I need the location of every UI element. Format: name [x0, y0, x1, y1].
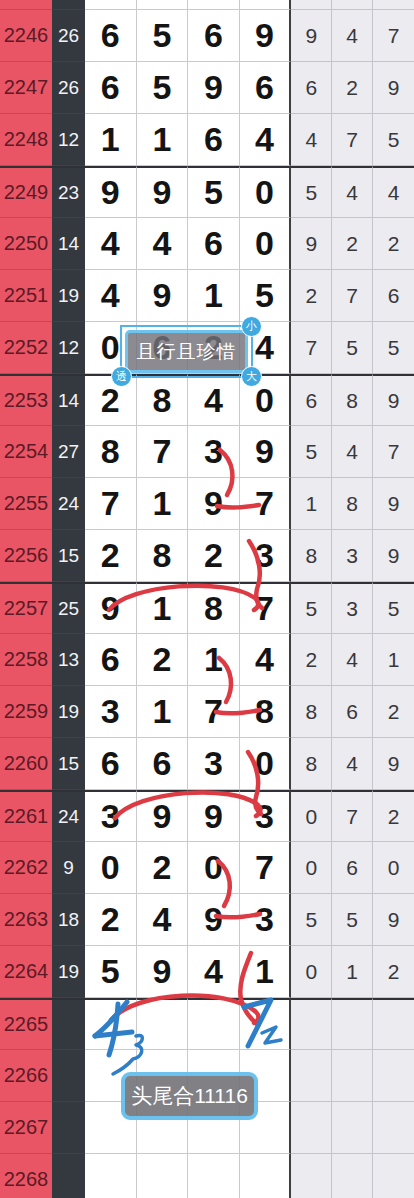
issue-label: 2264	[0, 946, 52, 998]
digit-cell: 8	[240, 686, 292, 738]
extra-digit-cell	[332, 1102, 373, 1154]
digit-cell: 4	[85, 270, 137, 322]
digit-cell: 9	[188, 894, 240, 946]
digit-cell: 1	[137, 582, 189, 634]
digit-cell: 9	[240, 426, 292, 478]
sum-value: 15	[52, 530, 85, 582]
digit-cell: 3	[85, 686, 137, 738]
digit-cell: 9	[240, 10, 292, 62]
extra-digit-cell	[373, 998, 414, 1050]
extra-digit-cell: 1	[291, 478, 332, 530]
digit-cell: 6	[85, 62, 137, 114]
sum-value: 25	[52, 582, 85, 634]
extra-digit-cell: 4	[332, 426, 373, 478]
issue-label: 2255	[0, 478, 52, 530]
digit-cell: 7	[240, 478, 292, 530]
digit-cell: 6	[188, 218, 240, 270]
extra-digit-cell: 8	[332, 478, 373, 530]
digit-cell: 1	[137, 114, 189, 166]
digit-cell: 7	[240, 842, 292, 894]
sum-value	[52, 0, 85, 10]
digit-cell: 4	[85, 218, 137, 270]
extra-digit-cell: 5	[373, 582, 414, 634]
sum-value: 24	[52, 478, 85, 530]
extra-digit-cell: 6	[332, 686, 373, 738]
sum-value	[52, 998, 85, 1050]
sum-value: 19	[52, 686, 85, 738]
extra-digit-cell: 8	[332, 374, 373, 426]
extra-digit-cell: 0	[291, 842, 332, 894]
digit-cell: 1	[137, 478, 189, 530]
digit-cell: 9	[188, 478, 240, 530]
digit-cell: 9	[137, 790, 189, 842]
chart-row-2254: 2254278739547	[0, 426, 414, 478]
extra-digit-cell: 9	[373, 894, 414, 946]
extra-digit-cell: 2	[332, 218, 373, 270]
resize-small-handle[interactable]: 小	[241, 316, 262, 337]
extra-digit-cell: 4	[332, 166, 373, 218]
extra-digit-cell: 7	[332, 790, 373, 842]
digit-cell	[188, 0, 240, 10]
extra-digit-cell	[291, 1102, 332, 1154]
chart-row-2251: 2251194915276	[0, 270, 414, 322]
sum-value	[52, 1050, 85, 1102]
digit-cell: 5	[137, 10, 189, 62]
extra-digit-cell: 6	[332, 842, 373, 894]
extra-digit-cell: 5	[373, 114, 414, 166]
extra-digit-cell: 5	[291, 894, 332, 946]
sum-value: 19	[52, 946, 85, 998]
digit-cell: 0	[240, 218, 292, 270]
extra-digit-cell: 9	[373, 738, 414, 790]
digit-cell: 6	[240, 62, 292, 114]
digit-cell: 3	[85, 790, 137, 842]
extra-digit-cell	[373, 0, 414, 10]
chart-row-2259: 2259193178862	[0, 686, 414, 738]
issue-label: 2249	[0, 166, 52, 218]
chart-row-2258: 2258136214241	[0, 634, 414, 686]
extra-digit-cell: 9	[291, 218, 332, 270]
digit-cell: 9	[137, 270, 189, 322]
extra-digit-cell: 2	[373, 686, 414, 738]
digit-cell: 2	[137, 634, 189, 686]
digit-cell: 7	[85, 478, 137, 530]
extra-digit-cell	[373, 1154, 414, 1198]
digit-cell: 0	[240, 738, 292, 790]
digit-cell: 5	[137, 62, 189, 114]
digit-cell	[240, 0, 292, 10]
digit-cell: 6	[85, 10, 137, 62]
digit-cell: 9	[137, 166, 189, 218]
digit-cell	[85, 998, 137, 1050]
digit-cell: 8	[137, 530, 189, 582]
extra-digit-cell	[291, 0, 332, 10]
extra-digit-cell: 7	[291, 322, 332, 374]
note-annotation[interactable]: 头尾合11116	[121, 1072, 258, 1120]
digit-cell: 7	[137, 426, 189, 478]
digit-cell: 6	[137, 738, 189, 790]
extra-digit-cell: 5	[291, 582, 332, 634]
issue-label	[0, 0, 52, 10]
digit-cell	[85, 0, 137, 10]
issue-label: 2263	[0, 894, 52, 946]
digit-cell: 0	[85, 842, 137, 894]
issue-label: 2246	[0, 10, 52, 62]
issue-label: 2257	[0, 582, 52, 634]
extra-digit-cell: 1	[373, 634, 414, 686]
extra-digit-cell	[332, 1050, 373, 1102]
extra-digit-cell: 6	[291, 374, 332, 426]
digit-cell: 7	[188, 686, 240, 738]
digit-cell: 1	[240, 946, 292, 998]
sum-value: 23	[52, 166, 85, 218]
extra-digit-cell	[291, 1050, 332, 1102]
issue-label: 2250	[0, 218, 52, 270]
digit-cell: 2	[137, 842, 189, 894]
digit-cell: 6	[85, 634, 137, 686]
chart-row-2255: 2255247197189	[0, 478, 414, 530]
issue-label: 2268	[0, 1154, 52, 1198]
issue-label: 2248	[0, 114, 52, 166]
chart-row-2246: 2246266569947	[0, 10, 414, 62]
extra-digit-cell	[332, 1154, 373, 1198]
digit-cell: 4	[188, 374, 240, 426]
extra-digit-cell: 5	[291, 426, 332, 478]
chart-row-2247: 2247266596629	[0, 62, 414, 114]
chart-row-partial-top	[0, 0, 414, 10]
number-grid: 2246266569947224726659662922481211644752…	[0, 0, 414, 1198]
digit-cell: 4	[137, 218, 189, 270]
issue-label: 2260	[0, 738, 52, 790]
sum-value: 24	[52, 790, 85, 842]
sum-value: 18	[52, 894, 85, 946]
extra-digit-cell: 9	[291, 10, 332, 62]
digit-cell: 9	[188, 62, 240, 114]
issue-label: 2258	[0, 634, 52, 686]
extra-digit-cell: 5	[332, 894, 373, 946]
extra-digit-cell: 2	[373, 218, 414, 270]
extra-digit-cell	[291, 1154, 332, 1198]
chart-row-2257: 2257259187535	[0, 582, 414, 634]
issue-label: 2256	[0, 530, 52, 582]
chart-row-2264: 2264195941012	[0, 946, 414, 998]
sum-value: 27	[52, 426, 85, 478]
issue-label: 2247	[0, 62, 52, 114]
digit-cell: 6	[188, 114, 240, 166]
extra-digit-cell: 3	[332, 582, 373, 634]
issue-label: 2261	[0, 790, 52, 842]
extra-digit-cell: 0	[291, 790, 332, 842]
sum-value: 12	[52, 322, 85, 374]
sum-value: 26	[52, 62, 85, 114]
digit-cell: 7	[240, 582, 292, 634]
chart-row-2265: 2265	[0, 998, 414, 1050]
chart-row-2261: 2261243993072	[0, 790, 414, 842]
extra-digit-cell: 8	[291, 530, 332, 582]
issue-label: 2265	[0, 998, 52, 1050]
extra-digit-cell: 6	[373, 270, 414, 322]
sum-value: 14	[52, 374, 85, 426]
digit-cell: 1	[137, 686, 189, 738]
resize-large-handle[interactable]: 大	[241, 366, 262, 387]
sum-value: 14	[52, 218, 85, 270]
text-annotation-selection-frame[interactable]: 且行且珍惜 小 透 大	[120, 325, 253, 378]
digit-cell: 8	[85, 426, 137, 478]
extra-digit-cell: 2	[291, 634, 332, 686]
digit-cell: 1	[188, 270, 240, 322]
extra-digit-cell: 5	[291, 166, 332, 218]
extra-digit-cell: 5	[332, 322, 373, 374]
digit-cell	[85, 1154, 137, 1198]
extra-digit-cell: 7	[332, 114, 373, 166]
sum-value: 12	[52, 114, 85, 166]
extra-digit-cell: 9	[373, 530, 414, 582]
extra-digit-cell	[291, 998, 332, 1050]
chart-row-2248: 2248121164475	[0, 114, 414, 166]
digit-cell: 1	[188, 634, 240, 686]
digit-cell: 5	[85, 946, 137, 998]
digit-cell: 8	[188, 582, 240, 634]
extra-digit-cell	[373, 1102, 414, 1154]
issue-label: 2259	[0, 686, 52, 738]
sum-value	[52, 1154, 85, 1198]
extra-digit-cell: 0	[373, 842, 414, 894]
extra-digit-cell: 2	[291, 270, 332, 322]
extra-digit-cell: 9	[373, 374, 414, 426]
extra-digit-cell	[332, 0, 373, 10]
extra-digit-cell: 4	[332, 634, 373, 686]
digit-cell	[240, 1154, 292, 1198]
digit-cell: 9	[188, 790, 240, 842]
extra-digit-cell: 2	[373, 790, 414, 842]
extra-digit-cell	[332, 998, 373, 1050]
issue-label: 2267	[0, 1102, 52, 1154]
extra-digit-cell: 4	[332, 738, 373, 790]
digit-cell	[188, 1154, 240, 1198]
issue-label: 2262	[0, 842, 52, 894]
digit-cell: 3	[240, 894, 292, 946]
transparency-handle[interactable]: 透	[111, 366, 132, 387]
chart-row-2249: 2249239950544	[0, 166, 414, 218]
extra-digit-cell	[373, 1050, 414, 1102]
digit-cell: 6	[188, 10, 240, 62]
extra-digit-cell: 7	[373, 426, 414, 478]
digit-cell: 1	[85, 114, 137, 166]
digit-cell	[137, 998, 189, 1050]
sum-value	[52, 1102, 85, 1154]
digit-cell: 3	[240, 790, 292, 842]
chart-row-2268: 2268	[0, 1154, 414, 1198]
issue-label: 2252	[0, 322, 52, 374]
digit-cell: 3	[240, 530, 292, 582]
sum-value: 13	[52, 634, 85, 686]
digit-cell: 4	[240, 634, 292, 686]
digit-cell	[137, 0, 189, 10]
extra-digit-cell: 4	[291, 114, 332, 166]
digit-cell: 4	[240, 114, 292, 166]
chart-row-2250: 2250144460922	[0, 218, 414, 270]
digit-cell: 9	[137, 946, 189, 998]
extra-digit-cell: 4	[332, 10, 373, 62]
extra-digit-cell: 5	[373, 322, 414, 374]
digit-cell: 9	[85, 166, 137, 218]
extra-digit-cell: 0	[291, 946, 332, 998]
digit-cell: 3	[188, 426, 240, 478]
digit-cell: 5	[188, 166, 240, 218]
extra-digit-cell: 2	[332, 62, 373, 114]
issue-label: 2254	[0, 426, 52, 478]
chart-row-2253: 2253142840689	[0, 374, 414, 426]
digit-cell	[188, 998, 240, 1050]
sum-value: 19	[52, 270, 85, 322]
digit-cell: 2	[188, 530, 240, 582]
sum-value: 9	[52, 842, 85, 894]
sum-value: 15	[52, 738, 85, 790]
extra-digit-cell: 9	[373, 62, 414, 114]
issue-label: 2253	[0, 374, 52, 426]
digit-cell: 2	[85, 894, 137, 946]
chart-row-2263: 2263182493559	[0, 894, 414, 946]
issue-label: 2266	[0, 1050, 52, 1102]
lottery-trend-chart: 2246266569947224726659662922481211644752…	[0, 0, 414, 1198]
extra-digit-cell: 4	[373, 166, 414, 218]
digit-cell: 3	[188, 738, 240, 790]
chart-row-2256: 2256152823839	[0, 530, 414, 582]
chart-row-2260: 2260156630849	[0, 738, 414, 790]
extra-digit-cell: 3	[332, 530, 373, 582]
digit-cell: 2	[85, 530, 137, 582]
text-annotation[interactable]: 且行且珍惜	[125, 330, 248, 373]
digit-cell: 0	[240, 166, 292, 218]
extra-digit-cell: 7	[332, 270, 373, 322]
digit-cell: 5	[240, 270, 292, 322]
digit-cell: 0	[188, 842, 240, 894]
digit-cell: 6	[85, 738, 137, 790]
extra-digit-cell: 8	[291, 738, 332, 790]
digit-cell	[137, 1154, 189, 1198]
extra-digit-cell: 8	[291, 686, 332, 738]
chart-row-2262: 226290207060	[0, 842, 414, 894]
extra-digit-cell: 6	[291, 62, 332, 114]
digit-cell: 9	[85, 582, 137, 634]
extra-digit-cell: 2	[373, 946, 414, 998]
sum-value: 26	[52, 10, 85, 62]
extra-digit-cell: 1	[332, 946, 373, 998]
digit-cell: 4	[137, 894, 189, 946]
digit-cell: 4	[188, 946, 240, 998]
extra-digit-cell: 9	[373, 478, 414, 530]
digit-cell: 8	[137, 374, 189, 426]
digit-cell	[240, 998, 292, 1050]
issue-label: 2251	[0, 270, 52, 322]
extra-digit-cell: 7	[373, 10, 414, 62]
